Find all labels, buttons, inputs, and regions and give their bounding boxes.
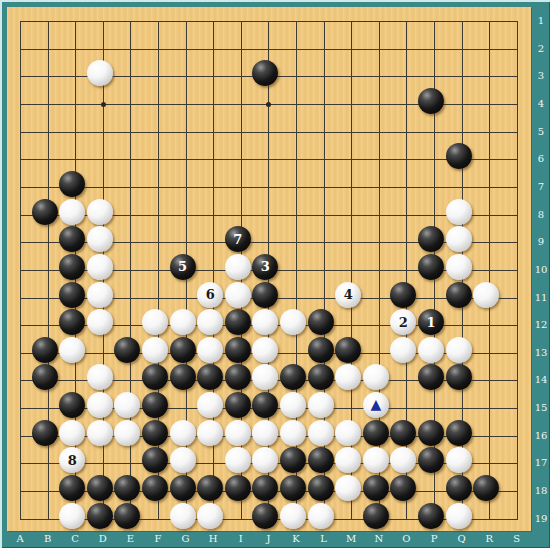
column-label: J <box>262 534 274 544</box>
black-stone[interactable] <box>142 392 168 418</box>
white-stone[interactable] <box>446 199 472 225</box>
row-label: 6 <box>534 154 548 164</box>
black-stone[interactable] <box>170 475 196 501</box>
row-label: 12 <box>534 320 548 330</box>
white-stone[interactable] <box>446 337 472 363</box>
row-label: 11 <box>534 293 548 303</box>
column-label: R <box>483 534 495 544</box>
move-number-label: 5 <box>178 260 187 273</box>
white-stone[interactable] <box>363 447 389 473</box>
black-stone[interactable] <box>32 364 58 390</box>
black-stone[interactable]: 1 <box>418 309 444 335</box>
column-label: B <box>42 534 54 544</box>
column-label: S <box>511 534 523 544</box>
column-label: L <box>318 534 330 544</box>
white-stone[interactable] <box>446 254 472 280</box>
white-stone[interactable]: ▲ <box>363 392 389 418</box>
move-number-label: 6 <box>206 288 215 301</box>
white-stone[interactable] <box>225 282 251 308</box>
black-stone[interactable] <box>446 143 472 169</box>
white-stone[interactable] <box>59 503 85 529</box>
move-number-label: 3 <box>261 260 270 273</box>
row-label: 9 <box>534 237 548 247</box>
row-label: 17 <box>534 458 548 468</box>
column-label: O <box>400 534 412 544</box>
black-stone[interactable] <box>59 254 85 280</box>
column-label: P <box>428 534 440 544</box>
black-stone[interactable] <box>87 503 113 529</box>
row-label: 10 <box>534 265 548 275</box>
star-point <box>101 102 106 107</box>
black-stone[interactable] <box>225 337 251 363</box>
black-stone[interactable] <box>308 447 334 473</box>
black-stone[interactable] <box>446 420 472 446</box>
column-label: F <box>152 534 164 544</box>
white-stone[interactable] <box>87 60 113 86</box>
row-label: 4 <box>534 99 548 109</box>
white-stone[interactable] <box>473 282 499 308</box>
black-stone[interactable] <box>225 475 251 501</box>
black-stone[interactable] <box>142 420 168 446</box>
black-stone[interactable] <box>32 420 58 446</box>
black-stone[interactable] <box>446 475 472 501</box>
black-stone[interactable] <box>446 282 472 308</box>
white-stone[interactable] <box>280 503 306 529</box>
black-stone[interactable] <box>308 309 334 335</box>
move-number-label: 2 <box>399 316 408 329</box>
column-label: N <box>373 534 385 544</box>
white-stone[interactable] <box>308 503 334 529</box>
black-stone[interactable] <box>252 503 278 529</box>
white-stone[interactable] <box>87 392 113 418</box>
black-stone[interactable] <box>170 337 196 363</box>
white-stone[interactable] <box>170 309 196 335</box>
white-stone[interactable] <box>87 254 113 280</box>
white-stone[interactable] <box>197 503 223 529</box>
black-stone[interactable] <box>225 309 251 335</box>
column-label: D <box>97 534 109 544</box>
grid-line-vertical <box>517 21 518 520</box>
white-stone[interactable] <box>87 420 113 446</box>
white-stone[interactable] <box>252 337 278 363</box>
column-label: M <box>345 534 357 544</box>
row-label: 3 <box>534 71 548 81</box>
white-stone[interactable] <box>59 199 85 225</box>
white-stone[interactable] <box>170 447 196 473</box>
white-stone[interactable] <box>335 420 361 446</box>
black-stone[interactable] <box>87 475 113 501</box>
column-label: G <box>180 534 192 544</box>
white-stone[interactable]: 6 <box>197 282 223 308</box>
row-label: 1 <box>534 16 548 26</box>
black-stone[interactable] <box>32 337 58 363</box>
black-stone[interactable] <box>418 420 444 446</box>
white-stone[interactable] <box>446 226 472 252</box>
black-stone[interactable] <box>280 475 306 501</box>
white-stone[interactable] <box>225 420 251 446</box>
black-stone[interactable] <box>308 475 334 501</box>
black-stone[interactable] <box>418 226 444 252</box>
black-stone[interactable] <box>446 364 472 390</box>
white-stone[interactable] <box>197 420 223 446</box>
move-number-label: 1 <box>426 316 435 329</box>
row-label: 7 <box>534 182 548 192</box>
black-stone[interactable] <box>335 337 361 363</box>
black-stone[interactable] <box>114 503 140 529</box>
black-stone[interactable] <box>390 282 416 308</box>
column-label: K <box>290 534 302 544</box>
black-stone[interactable] <box>114 337 140 363</box>
black-stone[interactable] <box>363 503 389 529</box>
black-stone[interactable] <box>170 364 196 390</box>
white-stone[interactable] <box>446 447 472 473</box>
row-label: 16 <box>534 431 548 441</box>
white-stone[interactable] <box>225 447 251 473</box>
white-stone[interactable] <box>280 309 306 335</box>
column-label: I <box>235 534 247 544</box>
white-stone[interactable] <box>446 503 472 529</box>
row-label: 19 <box>534 514 548 524</box>
row-label: 8 <box>534 210 548 220</box>
column-label: A <box>14 534 26 544</box>
black-stone[interactable] <box>363 475 389 501</box>
black-stone[interactable] <box>390 420 416 446</box>
white-stone[interactable] <box>87 199 113 225</box>
white-stone[interactable] <box>390 337 416 363</box>
white-stone[interactable] <box>59 337 85 363</box>
white-stone[interactable]: 4 <box>335 282 361 308</box>
white-stone[interactable] <box>252 420 278 446</box>
white-stone[interactable] <box>87 282 113 308</box>
white-stone[interactable] <box>114 420 140 446</box>
black-stone[interactable] <box>418 88 444 114</box>
white-stone[interactable] <box>308 420 334 446</box>
white-stone[interactable] <box>280 420 306 446</box>
column-label: E <box>124 534 136 544</box>
row-label: 18 <box>534 486 548 496</box>
row-label: 14 <box>534 375 548 385</box>
white-stone[interactable] <box>225 254 251 280</box>
white-stone[interactable] <box>142 309 168 335</box>
row-label: 15 <box>534 403 548 413</box>
move-number-label: 8 <box>68 454 77 467</box>
white-stone[interactable] <box>170 503 196 529</box>
row-label: 13 <box>534 348 548 358</box>
move-number-label: 7 <box>233 233 242 246</box>
black-stone[interactable] <box>308 364 334 390</box>
black-stone[interactable] <box>59 171 85 197</box>
triangle-marker: ▲ <box>370 397 381 411</box>
black-stone[interactable] <box>418 254 444 280</box>
white-stone[interactable] <box>280 392 306 418</box>
black-stone[interactable] <box>142 475 168 501</box>
column-label: C <box>69 534 81 544</box>
black-stone[interactable] <box>32 199 58 225</box>
black-stone[interactable] <box>418 503 444 529</box>
go-board-frame: 7536421▲8ABCDEFGHIJKLMNOPQRS123456789101… <box>0 0 550 548</box>
black-stone[interactable]: 7 <box>225 226 251 252</box>
black-stone[interactable]: 5 <box>170 254 196 280</box>
white-stone[interactable] <box>87 309 113 335</box>
white-stone[interactable] <box>197 337 223 363</box>
row-label: 5 <box>534 127 548 137</box>
black-stone[interactable] <box>225 392 251 418</box>
white-stone[interactable] <box>170 420 196 446</box>
grid-line-vertical <box>489 21 490 520</box>
black-stone[interactable] <box>308 337 334 363</box>
black-stone[interactable] <box>252 282 278 308</box>
white-stone[interactable] <box>142 337 168 363</box>
black-stone[interactable] <box>363 420 389 446</box>
white-stone[interactable] <box>308 392 334 418</box>
white-stone[interactable] <box>59 420 85 446</box>
row-label: 2 <box>534 44 548 54</box>
move-number-label: 4 <box>344 288 353 301</box>
white-stone[interactable] <box>418 337 444 363</box>
column-label: H <box>207 534 219 544</box>
column-label: Q <box>456 534 468 544</box>
black-stone[interactable] <box>59 282 85 308</box>
white-stone[interactable] <box>87 226 113 252</box>
